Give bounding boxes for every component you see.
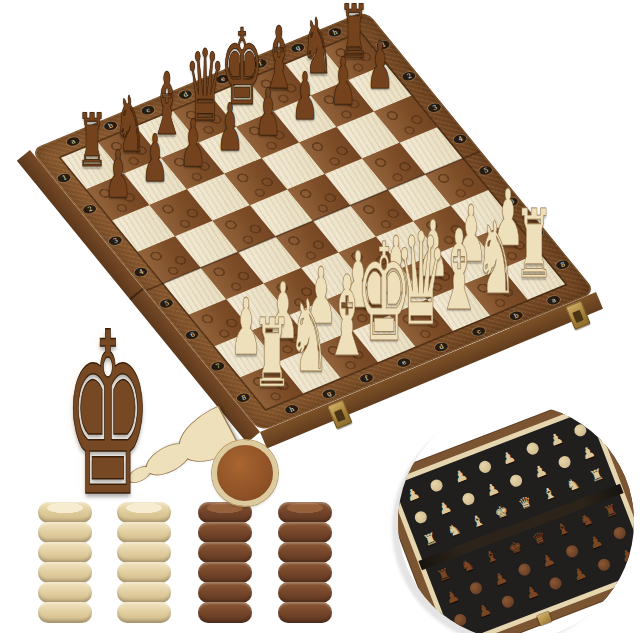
inset-pawn: ♟	[436, 499, 454, 518]
inset-queen: ♛	[530, 529, 548, 548]
checker-disc	[198, 542, 252, 563]
coord-far-g: g	[289, 42, 306, 54]
inset-king: ♚	[493, 503, 511, 522]
coord-left-4: 4	[132, 266, 149, 278]
inset-checker-disc	[548, 575, 564, 591]
inset-pawn: ♟	[443, 588, 461, 607]
checker-disc	[38, 542, 92, 563]
inset-pawn: ♟	[491, 570, 509, 589]
coord-far-f: f	[251, 58, 268, 70]
giant-king-piece: ♚	[64, 314, 153, 517]
coord-right-5: 5	[477, 164, 494, 176]
inset-pawn: ♟	[539, 551, 557, 570]
coord-right-6: 6	[502, 196, 519, 208]
checker-disc	[278, 582, 332, 603]
inset-bishop: ♝	[540, 484, 558, 503]
inset-pawn: ♟	[484, 480, 502, 499]
inset-pawn: ♟	[475, 601, 493, 620]
coord-far-e: e	[214, 73, 231, 85]
inset-knight: ♞	[459, 556, 477, 575]
coord-far-c: c	[139, 105, 156, 117]
storage-inset-photo: ♟♟♟♟♟♟♟♟♜♞♝♚♛♝♞♜♜♞♝♚♛♝♞♜♟♟♟♟♟♟♟♟	[398, 404, 634, 633]
coord-right-2: 2	[400, 70, 417, 82]
inset-checker-disc	[468, 580, 484, 596]
inset-checker-disc	[461, 491, 477, 507]
coord-left-3: 3	[106, 234, 123, 246]
checker-disc	[198, 602, 252, 623]
checker-disc	[278, 602, 332, 623]
checker-stack-4-walnut	[278, 503, 332, 623]
inset-knight: ♞	[445, 521, 463, 540]
coord-near-f: f	[358, 372, 375, 384]
storage-box-interior: ♟♟♟♟♟♟♟♟♜♞♝♚♛♝♞♜♜♞♝♚♛♝♞♜♟♟♟♟♟♟♟♟	[398, 404, 634, 633]
coord-near-h: h	[283, 404, 300, 416]
coord-left-7: 7	[209, 360, 226, 372]
inset-rook: ♜	[588, 466, 606, 485]
inset-pawn: ♟	[523, 583, 541, 602]
checker-disc	[198, 562, 252, 583]
coord-right-7: 7	[528, 227, 545, 239]
inset-checker-disc	[500, 594, 516, 610]
inset-brass-clasp	[537, 612, 552, 626]
coord-far-b: b	[102, 120, 119, 132]
inset-checker-disc	[572, 423, 588, 439]
coord-near-a: a	[545, 294, 562, 306]
checker-disc	[117, 502, 171, 523]
inset-knight: ♞	[564, 475, 582, 494]
brass-clasp-left	[327, 400, 352, 430]
checker-disc	[278, 522, 332, 543]
coord-far-a: a	[64, 136, 81, 148]
coord-near-d: d	[432, 341, 449, 353]
inset-bishop: ♝	[469, 512, 487, 531]
inset-king: ♚	[506, 538, 524, 557]
inset-checker-disc	[525, 441, 541, 457]
inset-knight: ♞	[578, 511, 596, 530]
checker-disc	[117, 582, 171, 603]
coord-left-2: 2	[81, 203, 98, 215]
coord-right-3: 3	[426, 101, 443, 113]
checker-disc	[278, 542, 332, 563]
checker-disc	[198, 522, 252, 543]
product-photo-scene: ah11bg22cf33de44ed55fc66gb77ha88 ♜♞♝♛♚♝♞…	[0, 0, 640, 633]
checker-disc	[38, 562, 92, 583]
inset-rook: ♜	[421, 530, 439, 549]
inset-pawn: ♟	[531, 462, 549, 481]
inset-pawn: ♟	[579, 444, 597, 463]
checker-disc	[198, 582, 252, 603]
checker-disc	[38, 502, 92, 523]
inset-pawn: ♟	[452, 467, 470, 486]
checker-stack-3-walnut	[198, 503, 252, 623]
inset-queen: ♛	[516, 493, 534, 512]
coord-far-d: d	[176, 89, 193, 101]
inset-checker-disc	[564, 544, 580, 560]
inset-checker-disc	[413, 509, 429, 525]
inset-checker-disc	[453, 612, 469, 628]
coord-left-6: 6	[183, 329, 200, 341]
inset-pawn: ♟	[404, 485, 422, 504]
checker-disc	[38, 582, 92, 603]
inset-pawn: ♟	[571, 565, 589, 584]
coord-far-h: h	[326, 27, 343, 39]
brass-clasp-right	[565, 300, 590, 330]
checker-disc	[117, 562, 171, 583]
inset-checker-disc	[596, 557, 612, 573]
coord-left-5: 5	[158, 297, 175, 309]
inset-pawn: ♟	[547, 430, 565, 449]
checker-disc	[38, 522, 92, 543]
inset-bishop: ♝	[482, 547, 500, 566]
inset-checker-disc	[509, 473, 525, 489]
coord-near-b: b	[507, 310, 524, 322]
coord-near-c: c	[470, 326, 487, 338]
coord-right-8: 8	[554, 259, 571, 271]
inset-checker-disc	[429, 478, 445, 494]
checker-disc	[38, 602, 92, 623]
coord-near-e: e	[395, 357, 412, 369]
coord-left-1: 1	[55, 172, 72, 184]
inset-checker-disc	[477, 459, 493, 475]
checker-disc	[117, 522, 171, 543]
felt-base-of-tipped-piece	[212, 440, 278, 506]
inset-pawn: ♟	[500, 448, 518, 467]
checker-disc	[278, 562, 332, 583]
inset-checker-disc	[612, 525, 628, 541]
coord-near-g: g	[320, 388, 337, 400]
coord-right-4: 4	[451, 133, 468, 145]
inset-checker-disc	[516, 562, 532, 578]
inset-rook: ♜	[435, 565, 453, 584]
inset-pawn: ♟	[619, 546, 634, 565]
checker-stack-1-maple	[38, 503, 92, 623]
inset-bishop: ♝	[554, 520, 572, 539]
checker-disc	[117, 542, 171, 563]
inset-pawn: ♟	[587, 533, 605, 552]
inset-checker-disc	[557, 454, 573, 470]
inset-rook: ♜	[601, 501, 619, 520]
checker-disc	[117, 602, 171, 623]
coord-right-1: 1	[374, 39, 391, 51]
checker-disc	[278, 502, 332, 523]
checker-stack-2-maple	[117, 503, 171, 623]
